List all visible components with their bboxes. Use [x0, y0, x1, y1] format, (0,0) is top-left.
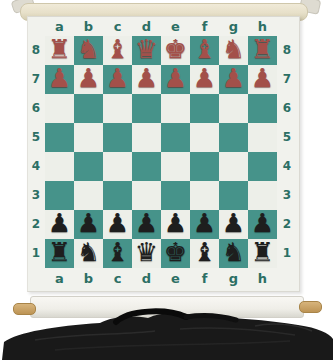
square-b1[interactable]: ♞	[74, 239, 103, 268]
square-a3[interactable]	[45, 181, 74, 210]
black-king[interactable]: ♚	[161, 237, 190, 268]
carrying-bag	[0, 308, 333, 360]
square-a5[interactable]	[45, 123, 74, 152]
board-area: 87654321 ♜♞♝♛♚♝♞♜♟♟♟♟♟♟♟♟♟♟♟♟♟♟♟♟♜♞♝♛♚♝♞…	[28, 36, 299, 268]
square-d6[interactable]	[132, 94, 161, 123]
square-d2[interactable]: ♟	[132, 210, 161, 239]
square-f5[interactable]	[190, 123, 219, 152]
file-label-d: d	[132, 19, 161, 35]
red-knight[interactable]: ♞	[219, 34, 248, 65]
square-b6[interactable]	[74, 94, 103, 123]
file-label-c: c	[103, 19, 132, 35]
black-knight[interactable]: ♞	[74, 237, 103, 268]
file-label-f: f	[190, 19, 219, 35]
file-label-a: a	[45, 271, 74, 287]
black-queen[interactable]: ♛	[132, 237, 161, 268]
red-pawn[interactable]: ♟	[161, 63, 190, 94]
rank-label-5: 5	[279, 123, 295, 152]
square-f2[interactable]: ♟	[190, 210, 219, 239]
square-f8[interactable]: ♝	[190, 36, 219, 65]
square-h2[interactable]: ♟	[248, 210, 277, 239]
square-e1[interactable]: ♚	[161, 239, 190, 268]
square-g8[interactable]: ♞	[219, 36, 248, 65]
black-pawn[interactable]: ♟	[248, 208, 277, 239]
black-knight[interactable]: ♞	[219, 237, 248, 268]
square-g5[interactable]	[219, 123, 248, 152]
square-c3[interactable]	[103, 181, 132, 210]
black-bishop[interactable]: ♝	[103, 237, 132, 268]
rank-label-6: 6	[279, 94, 295, 123]
black-pawn[interactable]: ♟	[219, 208, 248, 239]
red-bishop[interactable]: ♝	[190, 34, 219, 65]
rank-labels-left: 87654321	[28, 36, 44, 268]
square-b3[interactable]	[74, 181, 103, 210]
red-bishop[interactable]: ♝	[103, 34, 132, 65]
square-c8[interactable]: ♝	[103, 36, 132, 65]
square-e6[interactable]	[161, 94, 190, 123]
black-pawn[interactable]: ♟	[74, 208, 103, 239]
red-pawn[interactable]: ♟	[103, 63, 132, 94]
square-f7[interactable]: ♟	[190, 65, 219, 94]
red-pawn[interactable]: ♟	[45, 63, 74, 94]
black-pawn[interactable]: ♟	[45, 208, 74, 239]
file-label-b: b	[74, 271, 103, 287]
black-pawn[interactable]: ♟	[132, 208, 161, 239]
file-label-g: g	[219, 271, 248, 287]
black-pawn[interactable]: ♟	[161, 208, 190, 239]
file-label-b: b	[74, 19, 103, 35]
red-knight[interactable]: ♞	[74, 34, 103, 65]
square-c4[interactable]	[103, 152, 132, 181]
square-f3[interactable]	[190, 181, 219, 210]
red-pawn[interactable]: ♟	[248, 63, 277, 94]
rank-label-4: 4	[28, 152, 44, 181]
square-d1[interactable]: ♛	[132, 239, 161, 268]
square-c7[interactable]: ♟	[103, 65, 132, 94]
square-d3[interactable]	[132, 181, 161, 210]
square-a8[interactable]: ♜	[45, 36, 74, 65]
rank-label-2: 2	[279, 210, 295, 239]
file-label-h: h	[248, 271, 277, 287]
square-e7[interactable]: ♟	[161, 65, 190, 94]
square-b2[interactable]: ♟	[74, 210, 103, 239]
square-c5[interactable]	[103, 123, 132, 152]
square-c1[interactable]: ♝	[103, 239, 132, 268]
square-e8[interactable]: ♚	[161, 36, 190, 65]
square-b7[interactable]: ♟	[74, 65, 103, 94]
rank-label-4: 4	[279, 152, 295, 181]
black-pawn[interactable]: ♟	[103, 208, 132, 239]
square-a6[interactable]	[45, 94, 74, 123]
file-labels-top: abcdefgh	[45, 19, 277, 35]
red-rook[interactable]: ♜	[248, 34, 277, 65]
square-f4[interactable]	[190, 152, 219, 181]
square-g4[interactable]	[219, 152, 248, 181]
rank-label-6: 6	[28, 94, 44, 123]
file-label-e: e	[161, 271, 190, 287]
file-label-c: c	[103, 271, 132, 287]
file-label-d: d	[132, 271, 161, 287]
square-e4[interactable]	[161, 152, 190, 181]
square-c2[interactable]: ♟	[103, 210, 132, 239]
rank-labels-right: 87654321	[279, 36, 295, 268]
rank-label-7: 7	[279, 65, 295, 94]
square-a2[interactable]: ♟	[45, 210, 74, 239]
bag-body	[2, 313, 333, 360]
square-h8[interactable]: ♜	[248, 36, 277, 65]
square-c6[interactable]	[103, 94, 132, 123]
square-d7[interactable]: ♟	[132, 65, 161, 94]
square-h4[interactable]	[248, 152, 277, 181]
square-f6[interactable]	[190, 94, 219, 123]
product-photo: abcdefgh 87654321 ♜♞♝♛♚♝♞♜♟♟♟♟♟♟♟♟♟♟♟♟♟♟…	[0, 0, 333, 360]
red-pawn[interactable]: ♟	[74, 63, 103, 94]
red-pawn[interactable]: ♟	[132, 63, 161, 94]
file-label-a: a	[45, 19, 74, 35]
square-a4[interactable]	[45, 152, 74, 181]
square-a1[interactable]: ♜	[45, 239, 74, 268]
file-label-f: f	[190, 271, 219, 287]
rank-label-1: 1	[28, 239, 44, 268]
red-queen[interactable]: ♛	[132, 34, 161, 65]
rank-label-2: 2	[28, 210, 44, 239]
square-d4[interactable]	[132, 152, 161, 181]
square-h1[interactable]: ♜	[248, 239, 277, 268]
square-g1[interactable]: ♞	[219, 239, 248, 268]
rank-label-8: 8	[28, 36, 44, 65]
square-b4[interactable]	[74, 152, 103, 181]
black-rook[interactable]: ♜	[248, 237, 277, 268]
black-rook[interactable]: ♜	[45, 237, 74, 268]
red-pawn[interactable]: ♟	[219, 63, 248, 94]
square-h6[interactable]	[248, 94, 277, 123]
rank-label-1: 1	[279, 239, 295, 268]
square-g6[interactable]	[219, 94, 248, 123]
black-pawn[interactable]: ♟	[190, 208, 219, 239]
square-a7[interactable]: ♟	[45, 65, 74, 94]
square-g3[interactable]	[219, 181, 248, 210]
file-labels-bottom: abcdefgh	[45, 271, 277, 287]
square-d8[interactable]: ♛	[132, 36, 161, 65]
square-b5[interactable]	[74, 123, 103, 152]
square-h7[interactable]: ♟	[248, 65, 277, 94]
square-g7[interactable]: ♟	[219, 65, 248, 94]
square-d5[interactable]	[132, 123, 161, 152]
square-e2[interactable]: ♟	[161, 210, 190, 239]
red-king[interactable]: ♚	[161, 34, 190, 65]
board-grid: ♜♞♝♛♚♝♞♜♟♟♟♟♟♟♟♟♟♟♟♟♟♟♟♟♜♞♝♛♚♝♞♜	[45, 36, 277, 268]
square-h5[interactable]	[248, 123, 277, 152]
square-e3[interactable]	[161, 181, 190, 210]
rank-label-3: 3	[279, 181, 295, 210]
rank-label-3: 3	[28, 181, 44, 210]
file-label-e: e	[161, 19, 190, 35]
red-pawn[interactable]: ♟	[190, 63, 219, 94]
rank-label-7: 7	[28, 65, 44, 94]
demo-board-sheet: abcdefgh 87654321 ♜♞♝♛♚♝♞♜♟♟♟♟♟♟♟♟♟♟♟♟♟♟…	[27, 16, 300, 292]
square-h3[interactable]	[248, 181, 277, 210]
square-f1[interactable]: ♝	[190, 239, 219, 268]
rank-label-8: 8	[279, 36, 295, 65]
square-e5[interactable]	[161, 123, 190, 152]
square-b8[interactable]: ♞	[74, 36, 103, 65]
rank-label-5: 5	[28, 123, 44, 152]
file-label-h: h	[248, 19, 277, 35]
square-g2[interactable]: ♟	[219, 210, 248, 239]
file-label-g: g	[219, 19, 248, 35]
red-rook[interactable]: ♜	[45, 34, 74, 65]
black-bishop[interactable]: ♝	[190, 237, 219, 268]
